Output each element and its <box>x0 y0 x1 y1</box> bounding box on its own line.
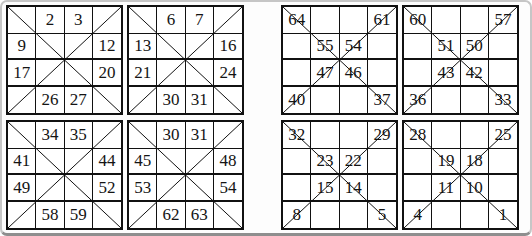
grid-cell: 17 <box>8 60 36 87</box>
grid-cell <box>36 60 64 87</box>
grid-cell <box>36 34 64 61</box>
grid-cell <box>340 7 368 34</box>
grid-cell: 42 <box>461 60 489 87</box>
grid-cell: 27 <box>65 87 93 114</box>
grid-cell: 30 <box>157 87 185 114</box>
grid-cell: 64 <box>283 7 311 34</box>
grid-cell: 8 <box>283 202 311 229</box>
grid-cell <box>65 60 93 87</box>
grid-cell <box>65 175 93 202</box>
grid-cell: 44 <box>93 149 121 176</box>
grid-cell: 6 <box>157 7 185 34</box>
grid-cell: 58 <box>36 202 64 229</box>
grid-cell <box>157 60 185 87</box>
grid-cell: 26 <box>36 87 64 114</box>
grid-cell <box>186 149 214 176</box>
grid-cell <box>36 149 64 176</box>
grid-cell: 60 <box>404 7 432 34</box>
grid-cell: 57 <box>489 7 517 34</box>
grid-cell: 16 <box>214 34 242 61</box>
offdiagonal-grids-group: 2391217202627 67131621243031 34354144495… <box>6 5 244 230</box>
grid-cell: 7 <box>186 7 214 34</box>
grid-cell: 31 <box>186 122 214 149</box>
grid-cell <box>311 202 339 229</box>
magic-grid-quadrant-1: 2391217202627 <box>6 5 123 115</box>
grid-cell <box>8 87 36 114</box>
grid-cell: 23 <box>311 149 339 176</box>
grid-cell <box>8 202 36 229</box>
grid-cell <box>186 34 214 61</box>
grid-cell: 13 <box>129 34 157 61</box>
magic-grid-quadrant-4: 3031454853546263 <box>127 120 244 230</box>
grid-cell <box>311 122 339 149</box>
grid-cell: 2 <box>36 7 64 34</box>
grid-cell: 18 <box>461 149 489 176</box>
grid-cell: 51 <box>432 34 460 61</box>
grid-cell: 63 <box>186 202 214 229</box>
grid-cell <box>432 87 460 114</box>
grid-cell <box>214 202 242 229</box>
grid-cell: 35 <box>65 122 93 149</box>
grid-cell: 15 <box>311 175 339 202</box>
grid-cell: 55 <box>311 34 339 61</box>
grid-cell: 32 <box>283 122 311 149</box>
magic-grid-quadrant-2: 67131621243031 <box>127 5 244 115</box>
grid-cell <box>432 122 460 149</box>
grid-cell <box>432 202 460 229</box>
grid-cell <box>340 87 368 114</box>
grid-cell <box>368 60 396 87</box>
grid-cell <box>129 122 157 149</box>
grid-cell <box>311 7 339 34</box>
grid-cell: 62 <box>157 202 185 229</box>
grid-cell <box>404 34 432 61</box>
grid-cell: 24 <box>214 60 242 87</box>
grid-cell: 46 <box>340 60 368 87</box>
grid-cell: 11 <box>432 175 460 202</box>
grid-cell: 61 <box>368 7 396 34</box>
grid-cell <box>283 60 311 87</box>
grid-cell <box>489 34 517 61</box>
grid-cell <box>214 87 242 114</box>
grid-cell <box>404 60 432 87</box>
grid-cell: 14 <box>340 175 368 202</box>
grid-cell <box>129 202 157 229</box>
grid-cell <box>186 175 214 202</box>
grid-cell <box>93 122 121 149</box>
grid-cell <box>404 149 432 176</box>
grid-cell <box>461 122 489 149</box>
grid-cell: 47 <box>311 60 339 87</box>
grid-cell <box>65 149 93 176</box>
grid-cell: 3 <box>65 7 93 34</box>
grid-cell: 45 <box>129 149 157 176</box>
grid-cell: 21 <box>129 60 157 87</box>
complement-grid-quadrant-3: 32292322151485 <box>281 120 398 230</box>
grid-cell: 5 <box>368 202 396 229</box>
grid-cell: 52 <box>93 175 121 202</box>
grid-cell <box>157 149 185 176</box>
grid-cell: 34 <box>36 122 64 149</box>
grid-cell <box>65 34 93 61</box>
grid-cell <box>129 87 157 114</box>
grid-cell <box>368 34 396 61</box>
grid-cell: 50 <box>461 34 489 61</box>
grid-cell: 53 <box>129 175 157 202</box>
figure-frame: 2391217202627 67131621243031 34354144495… <box>0 0 532 236</box>
grid-cell: 20 <box>93 60 121 87</box>
grid-cell <box>157 34 185 61</box>
grid-cell <box>489 60 517 87</box>
grid-cell: 9 <box>8 34 36 61</box>
grid-cell: 12 <box>93 34 121 61</box>
grid-cell: 40 <box>283 87 311 114</box>
grid-cell: 1 <box>489 202 517 229</box>
grid-cell: 22 <box>340 149 368 176</box>
grid-cell: 25 <box>489 122 517 149</box>
grid-cell: 30 <box>157 122 185 149</box>
grid-cell: 37 <box>368 87 396 114</box>
grid-cell: 31 <box>186 87 214 114</box>
grid-cell: 4 <box>404 202 432 229</box>
grid-cell <box>283 175 311 202</box>
grid-cell <box>404 175 432 202</box>
grid-cell <box>368 149 396 176</box>
grid-cell <box>93 87 121 114</box>
grid-cell <box>186 60 214 87</box>
grid-cell <box>368 175 396 202</box>
grid-cell <box>461 202 489 229</box>
grid-cell <box>432 7 460 34</box>
grid-cell: 29 <box>368 122 396 149</box>
grid-cell <box>36 175 64 202</box>
grid-cell <box>93 202 121 229</box>
grid-cell: 33 <box>489 87 517 114</box>
grid-cell <box>283 34 311 61</box>
grid-cell <box>157 175 185 202</box>
grid-cell <box>8 122 36 149</box>
grid-cell <box>311 87 339 114</box>
grid-cell: 48 <box>214 149 242 176</box>
complement-grid-quadrant-4: 28251918111041 <box>402 120 519 230</box>
grid-cell: 43 <box>432 60 460 87</box>
grid-cell <box>340 122 368 149</box>
grid-cell: 41 <box>8 149 36 176</box>
grid-cell: 10 <box>461 175 489 202</box>
grid-cell: 49 <box>8 175 36 202</box>
grid-cell <box>129 7 157 34</box>
grid-cell <box>489 149 517 176</box>
grid-cell: 28 <box>404 122 432 149</box>
grid-cell: 54 <box>340 34 368 61</box>
grid-cell <box>489 175 517 202</box>
grid-cell <box>340 202 368 229</box>
grid-cell <box>461 87 489 114</box>
grid-cell <box>93 7 121 34</box>
grid-cell: 54 <box>214 175 242 202</box>
grid-cell <box>8 7 36 34</box>
grid-cell <box>214 7 242 34</box>
grid-cell: 36 <box>404 87 432 114</box>
grid-cell <box>283 149 311 176</box>
complement-grid-quadrant-2: 6057515043423633 <box>402 5 519 115</box>
magic-grid-quadrant-3: 3435414449525859 <box>6 120 123 230</box>
grid-cell: 59 <box>65 202 93 229</box>
diagonal-complement-grids-group: 6461555447464037 6057515043423633 322923… <box>281 5 519 230</box>
grid-cell <box>461 7 489 34</box>
grid-cell: 19 <box>432 149 460 176</box>
complement-grid-quadrant-1: 6461555447464037 <box>281 5 398 115</box>
grid-cell <box>214 122 242 149</box>
